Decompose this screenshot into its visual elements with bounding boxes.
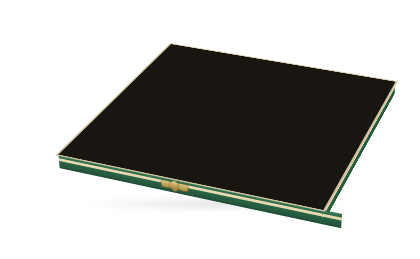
chess-board	[58, 44, 395, 210]
chess-set-photo	[0, 0, 420, 259]
board-top-face	[58, 44, 395, 210]
brass-clasp-icon	[161, 178, 188, 194]
